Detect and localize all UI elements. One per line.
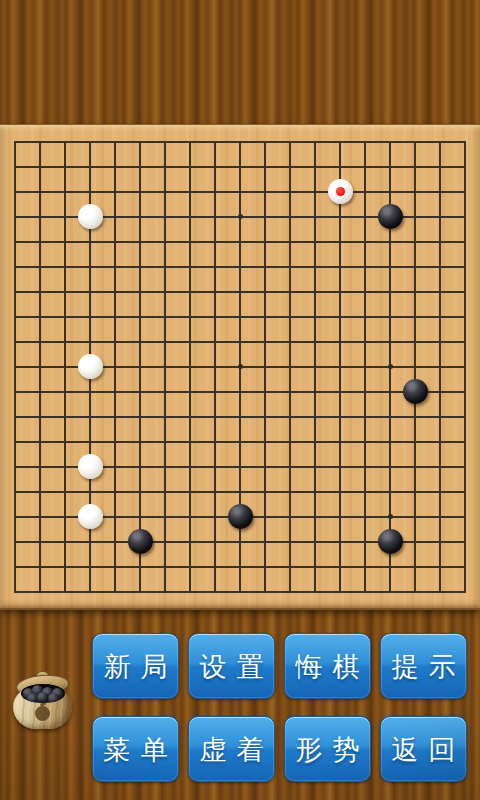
new-game-button[interactable]: 新局: [92, 633, 179, 699]
estimate-button[interactable]: 形势: [284, 716, 371, 782]
menu-button[interactable]: 菜单: [92, 716, 179, 782]
undo-button[interactable]: 悔棋: [284, 633, 371, 699]
settings-button[interactable]: 设置: [188, 633, 275, 699]
hint-button[interactable]: 提示: [380, 633, 467, 699]
app-screen: 新局 设置 悔棋 提示 菜单 虚着 形势 返回: [0, 0, 480, 800]
pass-button[interactable]: 虚着: [188, 716, 275, 782]
back-button[interactable]: 返回: [380, 716, 467, 782]
control-panel: 新局 设置 悔棋 提示 菜单 虚着 形势 返回: [0, 0, 480, 800]
